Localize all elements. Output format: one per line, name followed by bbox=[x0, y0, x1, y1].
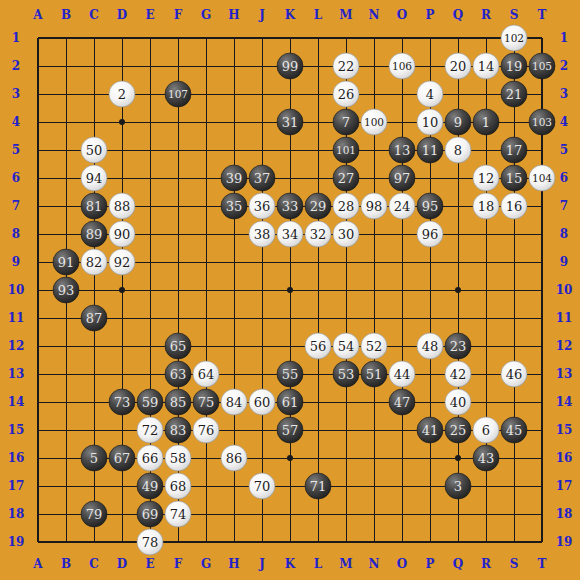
stone-number: 106 bbox=[392, 60, 412, 72]
col-label-top-O: O bbox=[397, 8, 407, 22]
col-label-bottom-F: F bbox=[174, 557, 183, 571]
col-label-bottom-J: J bbox=[258, 557, 265, 571]
stone-white-90[interactable]: 90 bbox=[109, 221, 135, 247]
row-label-right-14: 14 bbox=[556, 395, 573, 409]
stone-number: 105 bbox=[532, 60, 552, 72]
col-label-top-Q: Q bbox=[453, 8, 463, 22]
stone-black-101[interactable]: 101 bbox=[333, 137, 359, 163]
stone-number: 22 bbox=[338, 59, 355, 74]
stone-number: 16 bbox=[506, 199, 523, 214]
stone-black-103[interactable]: 103 bbox=[529, 109, 555, 135]
stone-number: 65 bbox=[170, 339, 187, 354]
stone-white-78[interactable]: 78 bbox=[137, 529, 163, 555]
stone-white-28[interactable]: 28 bbox=[333, 193, 359, 219]
stone-number: 7 bbox=[342, 115, 350, 130]
col-label-bottom-Q: Q bbox=[453, 557, 463, 571]
stone-number: 87 bbox=[86, 311, 103, 326]
stone-number: 5 bbox=[90, 451, 98, 466]
stone-number: 101 bbox=[336, 144, 356, 156]
stone-white-42[interactable]: 42 bbox=[445, 361, 471, 387]
stone-number: 37 bbox=[254, 171, 271, 186]
row-label-left-8: 8 bbox=[12, 227, 20, 241]
col-label-bottom-S: S bbox=[510, 557, 519, 571]
stone-black-107[interactable]: 107 bbox=[165, 81, 191, 107]
stone-number: 59 bbox=[142, 395, 159, 410]
row-label-left-9: 9 bbox=[12, 255, 20, 269]
stone-black-99[interactable]: 99 bbox=[277, 53, 303, 79]
stone-white-4[interactable]: 4 bbox=[417, 81, 443, 107]
col-label-top-L: L bbox=[314, 8, 323, 22]
stone-number: 10 bbox=[422, 115, 439, 130]
row-label-right-4: 4 bbox=[560, 115, 568, 129]
stone-number: 102 bbox=[504, 32, 524, 44]
row-label-right-19: 19 bbox=[556, 535, 573, 549]
stone-number: 81 bbox=[86, 199, 103, 214]
stone-number: 51 bbox=[366, 367, 383, 382]
row-label-left-18: 18 bbox=[8, 507, 25, 521]
stone-black-89[interactable]: 89 bbox=[81, 221, 107, 247]
stone-number: 74 bbox=[170, 507, 187, 522]
stone-black-47[interactable]: 47 bbox=[389, 389, 415, 415]
row-label-right-12: 12 bbox=[556, 339, 573, 353]
stone-number: 64 bbox=[198, 367, 215, 382]
stone-number: 68 bbox=[170, 479, 187, 494]
stone-number: 98 bbox=[366, 199, 383, 214]
stone-white-44[interactable]: 44 bbox=[389, 361, 415, 387]
stone-number: 44 bbox=[394, 367, 411, 382]
stone-number: 69 bbox=[142, 507, 159, 522]
stone-black-71[interactable]: 71 bbox=[305, 473, 331, 499]
stone-black-45[interactable]: 45 bbox=[501, 417, 527, 443]
row-label-left-1: 1 bbox=[12, 31, 20, 45]
col-label-bottom-H: H bbox=[228, 557, 239, 571]
stone-white-10[interactable]: 10 bbox=[417, 109, 443, 135]
stone-white-30[interactable]: 30 bbox=[333, 221, 359, 247]
stone-number: 49 bbox=[142, 479, 159, 494]
stone-number: 30 bbox=[338, 227, 355, 242]
stone-black-21[interactable]: 21 bbox=[501, 81, 527, 107]
stone-white-12[interactable]: 12 bbox=[473, 165, 499, 191]
stone-white-60[interactable]: 60 bbox=[249, 389, 275, 415]
stone-black-55[interactable]: 55 bbox=[277, 361, 303, 387]
stone-black-35[interactable]: 35 bbox=[221, 193, 247, 219]
stone-number: 84 bbox=[226, 395, 243, 410]
stone-black-87[interactable]: 87 bbox=[81, 305, 107, 331]
stone-number: 48 bbox=[422, 339, 439, 354]
stone-white-104[interactable]: 104 bbox=[529, 165, 555, 191]
stone-number: 33 bbox=[282, 199, 299, 214]
stone-number: 76 bbox=[198, 423, 215, 438]
stone-white-32[interactable]: 32 bbox=[305, 221, 331, 247]
stone-black-27[interactable]: 27 bbox=[333, 165, 359, 191]
col-label-top-E: E bbox=[145, 8, 154, 22]
stone-number: 79 bbox=[86, 507, 103, 522]
stone-number: 25 bbox=[450, 423, 467, 438]
stone-black-29[interactable]: 29 bbox=[305, 193, 331, 219]
stone-black-57[interactable]: 57 bbox=[277, 417, 303, 443]
row-label-left-17: 17 bbox=[8, 479, 25, 493]
row-label-right-11: 11 bbox=[556, 311, 573, 325]
stone-white-22[interactable]: 22 bbox=[333, 53, 359, 79]
star-point-D4 bbox=[119, 119, 125, 125]
stone-black-3[interactable]: 3 bbox=[445, 473, 471, 499]
stone-number: 97 bbox=[394, 171, 411, 186]
stone-number: 93 bbox=[58, 283, 75, 298]
row-label-left-2: 2 bbox=[12, 59, 20, 73]
stone-black-93[interactable]: 93 bbox=[53, 277, 79, 303]
stone-black-33[interactable]: 33 bbox=[277, 193, 303, 219]
stone-number: 82 bbox=[86, 255, 103, 270]
stone-black-25[interactable]: 25 bbox=[445, 417, 471, 443]
col-label-top-A: A bbox=[32, 8, 43, 22]
stone-number: 9 bbox=[454, 115, 462, 130]
stone-number: 36 bbox=[254, 199, 271, 214]
stone-white-66[interactable]: 66 bbox=[137, 445, 163, 471]
stone-white-106[interactable]: 106 bbox=[389, 53, 415, 79]
stone-white-82[interactable]: 82 bbox=[81, 249, 107, 275]
stone-number: 56 bbox=[310, 339, 327, 354]
stone-number: 57 bbox=[282, 423, 299, 438]
stone-black-75[interactable]: 75 bbox=[193, 389, 219, 415]
row-label-left-12: 12 bbox=[8, 339, 25, 353]
stone-black-85[interactable]: 85 bbox=[165, 389, 191, 415]
stone-white-8[interactable]: 8 bbox=[445, 137, 471, 163]
col-label-top-R: R bbox=[481, 8, 492, 22]
stone-white-36[interactable]: 36 bbox=[249, 193, 275, 219]
stone-number: 3 bbox=[454, 479, 462, 494]
stone-black-73[interactable]: 73 bbox=[109, 389, 135, 415]
stone-number: 85 bbox=[170, 395, 187, 410]
stone-number: 103 bbox=[532, 116, 552, 128]
row-label-left-10: 10 bbox=[8, 283, 25, 297]
stone-white-48[interactable]: 48 bbox=[417, 333, 443, 359]
stone-white-6[interactable]: 6 bbox=[473, 417, 499, 443]
stone-white-68[interactable]: 68 bbox=[165, 473, 191, 499]
stone-number: 90 bbox=[114, 227, 131, 242]
stone-number: 19 bbox=[506, 59, 523, 74]
stone-number: 1 bbox=[482, 115, 490, 130]
stone-number: 35 bbox=[226, 199, 243, 214]
stone-number: 8 bbox=[454, 143, 462, 158]
stone-white-34[interactable]: 34 bbox=[277, 221, 303, 247]
stone-black-39[interactable]: 39 bbox=[221, 165, 247, 191]
stone-number: 71 bbox=[310, 479, 327, 494]
row-label-left-5: 5 bbox=[12, 143, 20, 157]
row-label-left-13: 13 bbox=[8, 367, 25, 381]
col-label-top-C: C bbox=[89, 8, 99, 22]
stone-number: 13 bbox=[394, 143, 411, 158]
stone-number: 23 bbox=[450, 339, 467, 354]
stone-number: 54 bbox=[338, 339, 355, 354]
stone-white-88[interactable]: 88 bbox=[109, 193, 135, 219]
stone-black-67[interactable]: 67 bbox=[109, 445, 135, 471]
col-label-top-F: F bbox=[174, 8, 183, 22]
col-label-top-D: D bbox=[117, 8, 127, 22]
stone-number: 12 bbox=[478, 171, 495, 186]
stone-number: 18 bbox=[478, 199, 495, 214]
stone-number: 11 bbox=[422, 143, 439, 158]
stone-number: 26 bbox=[338, 87, 355, 102]
col-label-bottom-E: E bbox=[145, 557, 154, 571]
stone-number: 91 bbox=[58, 255, 75, 270]
row-label-right-10: 10 bbox=[556, 283, 573, 297]
col-label-bottom-O: O bbox=[397, 557, 407, 571]
stone-white-50[interactable]: 50 bbox=[81, 137, 107, 163]
row-label-right-1: 1 bbox=[560, 31, 568, 45]
stone-number: 27 bbox=[338, 171, 355, 186]
row-label-right-9: 9 bbox=[560, 255, 568, 269]
stone-black-105[interactable]: 105 bbox=[529, 53, 555, 79]
col-label-bottom-L: L bbox=[314, 557, 323, 571]
col-label-top-K: K bbox=[285, 8, 296, 22]
col-label-top-J: J bbox=[258, 8, 265, 22]
stone-number: 95 bbox=[422, 199, 439, 214]
col-label-top-G: G bbox=[201, 8, 211, 22]
star-point-Q10 bbox=[455, 287, 461, 293]
stone-white-64[interactable]: 64 bbox=[193, 361, 219, 387]
go-board-diagram: AABBCCDDEEFFGGHHJJKKLLMMNNOOPPQQRRSSTT11… bbox=[0, 0, 580, 580]
stone-number: 43 bbox=[478, 451, 495, 466]
row-label-left-16: 16 bbox=[8, 451, 25, 465]
stone-white-2[interactable]: 2 bbox=[109, 81, 135, 107]
row-label-right-17: 17 bbox=[556, 479, 573, 493]
stone-white-100[interactable]: 100 bbox=[361, 109, 387, 135]
stone-black-69[interactable]: 69 bbox=[137, 501, 163, 527]
col-label-top-P: P bbox=[425, 8, 434, 22]
stone-white-14[interactable]: 14 bbox=[473, 53, 499, 79]
stone-white-72[interactable]: 72 bbox=[137, 417, 163, 443]
stone-black-19[interactable]: 19 bbox=[501, 53, 527, 79]
stone-white-94[interactable]: 94 bbox=[81, 165, 107, 191]
col-label-bottom-P: P bbox=[425, 557, 434, 571]
stone-black-43[interactable]: 43 bbox=[473, 445, 499, 471]
stone-number: 6 bbox=[482, 423, 490, 438]
col-label-bottom-T: T bbox=[538, 557, 547, 571]
row-label-right-15: 15 bbox=[556, 423, 573, 437]
stone-number: 89 bbox=[86, 227, 103, 242]
stone-white-58[interactable]: 58 bbox=[165, 445, 191, 471]
col-label-bottom-N: N bbox=[369, 557, 380, 571]
row-label-left-19: 19 bbox=[8, 535, 25, 549]
stone-number: 15 bbox=[506, 171, 523, 186]
stone-number: 70 bbox=[254, 479, 271, 494]
col-label-top-H: H bbox=[228, 8, 239, 22]
row-label-right-6: 6 bbox=[560, 171, 568, 185]
stone-white-76[interactable]: 76 bbox=[193, 417, 219, 443]
star-point-D10 bbox=[119, 287, 125, 293]
row-label-right-7: 7 bbox=[560, 199, 568, 213]
row-label-right-13: 13 bbox=[556, 367, 573, 381]
stone-number: 99 bbox=[282, 59, 299, 74]
row-label-right-16: 16 bbox=[556, 451, 573, 465]
stone-number: 75 bbox=[198, 395, 215, 410]
row-label-left-7: 7 bbox=[12, 199, 20, 213]
stone-black-1[interactable]: 1 bbox=[473, 109, 499, 135]
stone-black-31[interactable]: 31 bbox=[277, 109, 303, 135]
col-label-top-M: M bbox=[339, 8, 352, 22]
stone-number: 61 bbox=[282, 395, 299, 410]
stone-number: 50 bbox=[86, 143, 103, 158]
stone-number: 47 bbox=[394, 395, 411, 410]
stone-black-97[interactable]: 97 bbox=[389, 165, 415, 191]
stone-black-91[interactable]: 91 bbox=[53, 249, 79, 275]
stone-black-37[interactable]: 37 bbox=[249, 165, 275, 191]
stone-number: 41 bbox=[422, 423, 439, 438]
row-label-right-2: 2 bbox=[560, 59, 568, 73]
stone-black-65[interactable]: 65 bbox=[165, 333, 191, 359]
row-label-right-3: 3 bbox=[560, 87, 568, 101]
col-label-bottom-M: M bbox=[339, 557, 352, 571]
stone-number: 32 bbox=[310, 227, 327, 242]
stone-number: 88 bbox=[114, 199, 131, 214]
stone-number: 53 bbox=[338, 367, 355, 382]
stone-black-7[interactable]: 7 bbox=[333, 109, 359, 135]
stone-black-13[interactable]: 13 bbox=[389, 137, 415, 163]
stone-white-84[interactable]: 84 bbox=[221, 389, 247, 415]
col-label-bottom-C: C bbox=[89, 557, 99, 571]
stone-white-56[interactable]: 56 bbox=[305, 333, 331, 359]
col-label-bottom-D: D bbox=[117, 557, 127, 571]
row-label-left-15: 15 bbox=[8, 423, 25, 437]
col-label-bottom-R: R bbox=[481, 557, 492, 571]
stone-black-15[interactable]: 15 bbox=[501, 165, 527, 191]
stone-black-79[interactable]: 79 bbox=[81, 501, 107, 527]
stone-number: 24 bbox=[394, 199, 411, 214]
col-label-top-B: B bbox=[61, 8, 71, 22]
stone-white-102[interactable]: 102 bbox=[501, 25, 527, 51]
star-point-K16 bbox=[287, 455, 293, 461]
stone-black-63[interactable]: 63 bbox=[165, 361, 191, 387]
stone-white-52[interactable]: 52 bbox=[361, 333, 387, 359]
stone-number: 100 bbox=[364, 116, 384, 128]
stone-number: 107 bbox=[168, 88, 188, 100]
stone-black-83[interactable]: 83 bbox=[165, 417, 191, 443]
stone-number: 60 bbox=[254, 395, 271, 410]
row-label-right-8: 8 bbox=[560, 227, 568, 241]
stone-number: 20 bbox=[450, 59, 467, 74]
star-point-K10 bbox=[287, 287, 293, 293]
stone-white-16[interactable]: 16 bbox=[501, 193, 527, 219]
stone-number: 28 bbox=[338, 199, 355, 214]
stone-black-61[interactable]: 61 bbox=[277, 389, 303, 415]
stone-white-46[interactable]: 46 bbox=[501, 361, 527, 387]
stone-white-92[interactable]: 92 bbox=[109, 249, 135, 275]
stone-black-95[interactable]: 95 bbox=[417, 193, 443, 219]
stone-white-38[interactable]: 38 bbox=[249, 221, 275, 247]
stone-number: 34 bbox=[282, 227, 299, 242]
row-label-left-11: 11 bbox=[8, 311, 25, 325]
stone-black-23[interactable]: 23 bbox=[445, 333, 471, 359]
stone-white-40[interactable]: 40 bbox=[445, 389, 471, 415]
star-point-Q16 bbox=[455, 455, 461, 461]
stone-number: 92 bbox=[114, 255, 131, 270]
stone-number: 67 bbox=[114, 451, 131, 466]
col-label-top-T: T bbox=[538, 8, 547, 22]
stone-number: 29 bbox=[310, 199, 327, 214]
row-label-left-14: 14 bbox=[8, 395, 25, 409]
stone-number: 104 bbox=[532, 172, 552, 184]
stone-number: 73 bbox=[114, 395, 131, 410]
stone-number: 52 bbox=[366, 339, 383, 354]
row-label-right-5: 5 bbox=[560, 143, 568, 157]
stone-white-20[interactable]: 20 bbox=[445, 53, 471, 79]
col-label-bottom-G: G bbox=[201, 557, 211, 571]
col-label-top-N: N bbox=[369, 8, 380, 22]
stone-number: 78 bbox=[142, 535, 159, 550]
col-label-bottom-K: K bbox=[285, 557, 296, 571]
stone-number: 14 bbox=[478, 59, 495, 74]
stone-white-26[interactable]: 26 bbox=[333, 81, 359, 107]
stone-black-59[interactable]: 59 bbox=[137, 389, 163, 415]
go-board[interactable]: AABBCCDDEEFFGGHHJJKKLLMMNNOOPPQQRRSSTT11… bbox=[0, 0, 580, 580]
stone-black-11[interactable]: 11 bbox=[417, 137, 443, 163]
stone-number: 17 bbox=[506, 143, 523, 158]
stone-number: 21 bbox=[506, 87, 523, 102]
stone-number: 31 bbox=[282, 115, 299, 130]
stone-number: 66 bbox=[142, 451, 159, 466]
stone-number: 72 bbox=[142, 423, 159, 438]
row-label-left-3: 3 bbox=[12, 87, 20, 101]
stone-black-9[interactable]: 9 bbox=[445, 109, 471, 135]
stone-white-18[interactable]: 18 bbox=[473, 193, 499, 219]
stone-number: 46 bbox=[506, 367, 523, 382]
row-label-left-4: 4 bbox=[12, 115, 20, 129]
stone-number: 45 bbox=[506, 423, 523, 438]
stone-white-86[interactable]: 86 bbox=[221, 445, 247, 471]
stone-number: 94 bbox=[86, 171, 103, 186]
stone-number: 63 bbox=[170, 367, 187, 382]
col-label-top-S: S bbox=[510, 8, 519, 22]
stone-number: 86 bbox=[226, 451, 243, 466]
stone-white-54[interactable]: 54 bbox=[333, 333, 359, 359]
stone-white-24[interactable]: 24 bbox=[389, 193, 415, 219]
stone-number: 39 bbox=[226, 171, 243, 186]
col-label-bottom-A: A bbox=[32, 557, 43, 571]
stone-black-41[interactable]: 41 bbox=[417, 417, 443, 443]
stone-number: 83 bbox=[170, 423, 187, 438]
stone-number: 4 bbox=[426, 87, 434, 102]
stone-black-5[interactable]: 5 bbox=[81, 445, 107, 471]
col-label-bottom-B: B bbox=[61, 557, 71, 571]
row-label-left-6: 6 bbox=[12, 171, 20, 185]
stone-black-49[interactable]: 49 bbox=[137, 473, 163, 499]
stone-number: 96 bbox=[422, 227, 439, 242]
stone-white-74[interactable]: 74 bbox=[165, 501, 191, 527]
stone-black-53[interactable]: 53 bbox=[333, 361, 359, 387]
stone-black-81[interactable]: 81 bbox=[81, 193, 107, 219]
stone-number: 55 bbox=[282, 367, 299, 382]
row-label-right-18: 18 bbox=[556, 507, 573, 521]
stone-black-17[interactable]: 17 bbox=[501, 137, 527, 163]
stone-black-51[interactable]: 51 bbox=[361, 361, 387, 387]
stone-number: 42 bbox=[450, 367, 467, 382]
stone-number: 38 bbox=[254, 227, 271, 242]
stone-number: 58 bbox=[170, 451, 187, 466]
stone-white-98[interactable]: 98 bbox=[361, 193, 387, 219]
stone-white-96[interactable]: 96 bbox=[417, 221, 443, 247]
stone-number: 40 bbox=[450, 395, 467, 410]
stone-number: 2 bbox=[118, 87, 126, 102]
stone-white-70[interactable]: 70 bbox=[249, 473, 275, 499]
